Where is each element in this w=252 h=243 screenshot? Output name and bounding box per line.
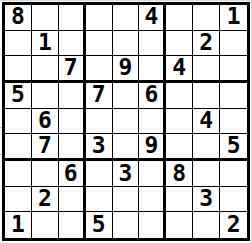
cell-r3c9[interactable]	[220, 56, 247, 83]
cell-r7c8[interactable]	[193, 161, 220, 187]
cell-r9c2[interactable]	[32, 212, 59, 238]
cell-r1c4[interactable]	[86, 5, 113, 31]
cell-r4c8[interactable]	[193, 83, 220, 109]
cell-r4c9[interactable]	[220, 83, 247, 109]
cell-r3c4[interactable]	[86, 56, 113, 83]
cell-r5c6[interactable]	[139, 109, 166, 135]
cell-r8c7[interactable]	[166, 187, 193, 213]
cell-r4c5[interactable]	[113, 83, 140, 109]
cell-r4c6[interactable]: 6	[139, 83, 166, 109]
cell-r4c1[interactable]: 5	[5, 83, 32, 109]
cell-r9c5[interactable]	[113, 212, 140, 238]
cell-r6c7[interactable]	[166, 134, 193, 161]
cell-r6c5[interactable]	[113, 134, 140, 161]
cell-r5c2[interactable]: 6	[32, 109, 59, 135]
cell-r3c7[interactable]: 4	[166, 56, 193, 83]
cell-r5c3[interactable]	[59, 109, 86, 135]
cell-r3c2[interactable]	[32, 56, 59, 83]
cell-r9c6[interactable]	[139, 212, 166, 238]
cell-r2c4[interactable]	[86, 31, 113, 57]
cell-r3c5[interactable]: 9	[113, 56, 140, 83]
cell-r2c5[interactable]	[113, 31, 140, 57]
cell-r9c4[interactable]: 5	[86, 212, 113, 238]
cell-r1c1[interactable]: 8	[5, 5, 32, 31]
cell-r7c4[interactable]	[86, 161, 113, 187]
cell-r5c1[interactable]	[5, 109, 32, 135]
cell-r1c9[interactable]: 1	[220, 5, 247, 31]
cell-r1c5[interactable]	[113, 5, 140, 31]
cell-r2c9[interactable]	[220, 31, 247, 57]
cell-r8c1[interactable]	[5, 187, 32, 213]
cell-r7c7[interactable]: 8	[166, 161, 193, 187]
cell-r7c2[interactable]	[32, 161, 59, 187]
sudoku-board: 8411279457664739563823152	[2, 2, 250, 241]
cell-r7c5[interactable]: 3	[113, 161, 140, 187]
cell-r6c1[interactable]	[5, 134, 32, 161]
cell-r6c3[interactable]	[59, 134, 86, 161]
cell-r4c2[interactable]	[32, 83, 59, 109]
cell-r9c3[interactable]	[59, 212, 86, 238]
cell-r1c8[interactable]	[193, 5, 220, 31]
cell-r2c3[interactable]	[59, 31, 86, 57]
spreadsheet-gridline-top	[0, 0, 252, 1]
cell-r8c2[interactable]: 2	[32, 187, 59, 213]
cell-r7c9[interactable]	[220, 161, 247, 187]
cell-r3c3[interactable]: 7	[59, 56, 86, 83]
cell-r8c5[interactable]	[113, 187, 140, 213]
cell-r3c8[interactable]	[193, 56, 220, 83]
cell-r9c8[interactable]	[193, 212, 220, 238]
cell-r8c8[interactable]: 3	[193, 187, 220, 213]
cell-r2c1[interactable]	[5, 31, 32, 57]
cell-r1c7[interactable]	[166, 5, 193, 31]
cell-r5c5[interactable]	[113, 109, 140, 135]
cell-r4c4[interactable]: 7	[86, 83, 113, 109]
cell-r1c3[interactable]	[59, 5, 86, 31]
cell-r5c8[interactable]: 4	[193, 109, 220, 135]
cell-r9c7[interactable]	[166, 212, 193, 238]
cell-r8c3[interactable]	[59, 187, 86, 213]
cell-r6c2[interactable]: 7	[32, 134, 59, 161]
cell-r9c9[interactable]: 2	[220, 212, 247, 238]
cell-r2c6[interactable]	[139, 31, 166, 57]
cell-r3c1[interactable]	[5, 56, 32, 83]
cell-r1c6[interactable]: 4	[139, 5, 166, 31]
cell-r9c1[interactable]: 1	[5, 212, 32, 238]
cell-r7c3[interactable]: 6	[59, 161, 86, 187]
cell-r8c4[interactable]	[86, 187, 113, 213]
cell-r5c9[interactable]	[220, 109, 247, 135]
cell-r7c1[interactable]	[5, 161, 32, 187]
cell-r8c9[interactable]	[220, 187, 247, 213]
cell-r1c2[interactable]	[32, 5, 59, 31]
cell-r6c8[interactable]	[193, 134, 220, 161]
cell-r4c7[interactable]	[166, 83, 193, 109]
cell-r3c6[interactable]	[139, 56, 166, 83]
cell-r7c6[interactable]	[139, 161, 166, 187]
cell-r4c3[interactable]	[59, 83, 86, 109]
cell-r2c8[interactable]: 2	[193, 31, 220, 57]
cell-r6c4[interactable]: 3	[86, 134, 113, 161]
cell-r5c7[interactable]	[166, 109, 193, 135]
cell-r2c2[interactable]: 1	[32, 31, 59, 57]
cell-r6c9[interactable]: 5	[220, 134, 247, 161]
cell-r5c4[interactable]	[86, 109, 113, 135]
sudoku-screenshot: 8411279457664739563823152	[0, 0, 252, 243]
spreadsheet-gridline-right	[251, 0, 252, 243]
cell-r6c6[interactable]: 9	[139, 134, 166, 161]
cell-r8c6[interactable]	[139, 187, 166, 213]
cell-r2c7[interactable]	[166, 31, 193, 57]
